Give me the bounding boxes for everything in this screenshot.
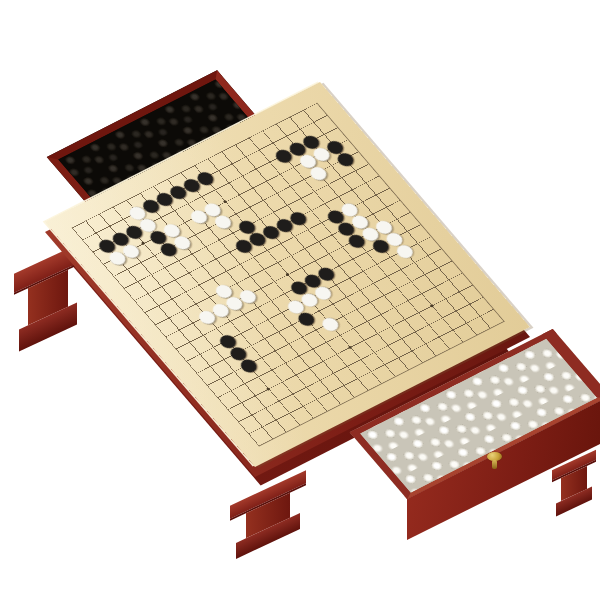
go-table-photo: ●●●●●●●●●●●●●●●●●●●●●●●●●●●●●●●●●●●●●●●●… — [0, 0, 600, 600]
latch-hook — [492, 460, 497, 469]
brass-latch-icon[interactable] — [487, 452, 503, 472]
